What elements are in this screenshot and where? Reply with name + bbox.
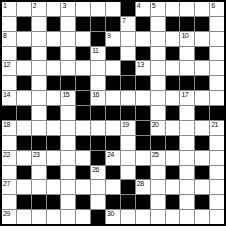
- grid-cell[interactable]: [91, 121, 105, 135]
- black-cell: [76, 166, 90, 180]
- grid-cell[interactable]: [121, 210, 135, 224]
- black-cell: [136, 121, 150, 135]
- grid-cell[interactable]: 6: [210, 2, 224, 16]
- grid-cell[interactable]: [61, 17, 75, 31]
- grid-cell[interactable]: [47, 61, 61, 75]
- grid-cell[interactable]: [91, 76, 105, 90]
- black-cell: [121, 180, 135, 194]
- black-cell: [136, 195, 150, 209]
- black-cell: [17, 166, 31, 180]
- clue-number: 20: [152, 121, 159, 129]
- grid-cell[interactable]: [76, 61, 90, 75]
- grid-cell[interactable]: [136, 32, 150, 46]
- grid-cell[interactable]: [106, 91, 120, 105]
- grid-cell[interactable]: [195, 210, 209, 224]
- grid-cell[interactable]: [32, 166, 46, 180]
- grid-cell[interactable]: [61, 106, 75, 120]
- grid-cell[interactable]: [136, 210, 150, 224]
- grid-cell[interactable]: 27: [2, 180, 16, 194]
- grid-cell[interactable]: [180, 47, 194, 61]
- grid-cell[interactable]: 14: [2, 91, 16, 105]
- clue-number: 18: [3, 121, 10, 129]
- black-cell: [106, 195, 120, 209]
- black-cell: [195, 47, 209, 61]
- black-cell: [91, 32, 105, 46]
- black-cell: [76, 106, 90, 120]
- grid-cell[interactable]: [121, 151, 135, 165]
- grid-cell[interactable]: [180, 121, 194, 135]
- grid-cell[interactable]: [180, 2, 194, 16]
- grid-cell[interactable]: [151, 210, 165, 224]
- clue-number: 12: [3, 61, 10, 69]
- grid-cell[interactable]: [47, 210, 61, 224]
- grid-cell[interactable]: 8: [2, 32, 16, 46]
- black-cell: [106, 136, 120, 150]
- black-cell: [76, 76, 90, 90]
- grid-cell[interactable]: [47, 121, 61, 135]
- clue-number: 13: [137, 61, 144, 69]
- grid-cell[interactable]: [121, 166, 135, 180]
- grid-cell[interactable]: [76, 32, 90, 46]
- black-cell: [151, 136, 165, 150]
- grid-cell[interactable]: [76, 210, 90, 224]
- black-cell: [47, 17, 61, 31]
- grid-cell[interactable]: [76, 151, 90, 165]
- black-cell: [32, 195, 46, 209]
- black-cell: [17, 136, 31, 150]
- grid-cell[interactable]: [210, 136, 224, 150]
- grid-cell[interactable]: [166, 210, 180, 224]
- grid-cell[interactable]: [151, 32, 165, 46]
- grid-cell[interactable]: [91, 61, 105, 75]
- black-cell: [195, 17, 209, 31]
- grid-cell[interactable]: [61, 32, 75, 46]
- grid-cell[interactable]: [2, 136, 16, 150]
- clue-number: 11: [92, 47, 98, 55]
- grid-cell[interactable]: [76, 2, 90, 16]
- grid-cell[interactable]: [210, 32, 224, 46]
- grid-cell[interactable]: 13: [136, 61, 150, 75]
- grid-cell[interactable]: [17, 180, 31, 194]
- grid-cell[interactable]: [47, 2, 61, 16]
- grid-cell[interactable]: [91, 180, 105, 194]
- grid-cell[interactable]: 24: [106, 151, 120, 165]
- grid-cell[interactable]: [151, 166, 165, 180]
- clue-number: 17: [181, 91, 188, 99]
- clue-number: 24: [107, 151, 114, 159]
- grid-cell[interactable]: [17, 32, 31, 46]
- grid-cell[interactable]: [106, 2, 120, 16]
- black-cell: [47, 47, 61, 61]
- grid-cell[interactable]: [136, 91, 150, 105]
- black-cell: [136, 166, 150, 180]
- grid-cell[interactable]: [17, 2, 31, 16]
- grid-cell[interactable]: [151, 17, 165, 31]
- grid-cell[interactable]: [166, 61, 180, 75]
- grid-cell[interactable]: [166, 32, 180, 46]
- clue-number: 30: [107, 210, 114, 218]
- grid-cell[interactable]: [32, 47, 46, 61]
- clue-number: 3: [62, 2, 65, 10]
- black-cell: [136, 47, 150, 61]
- grid-cell[interactable]: [151, 195, 165, 209]
- grid-cell[interactable]: [195, 61, 209, 75]
- black-cell: [195, 195, 209, 209]
- clue-number: 14: [3, 91, 10, 99]
- grid-cell[interactable]: [166, 180, 180, 194]
- black-cell: [47, 166, 61, 180]
- grid-cell[interactable]: [210, 17, 224, 31]
- clue-number: 9: [107, 32, 110, 40]
- grid-cell[interactable]: [32, 17, 46, 31]
- grid-cell[interactable]: [61, 210, 75, 224]
- grid-cell[interactable]: [151, 180, 165, 194]
- grid-cell[interactable]: 4: [136, 2, 150, 16]
- clue-number: 23: [33, 151, 40, 159]
- black-cell: [106, 17, 120, 31]
- black-cell: [17, 17, 31, 31]
- grid-cell[interactable]: 26: [91, 166, 105, 180]
- grid-cell[interactable]: [195, 91, 209, 105]
- clue-number: 7: [122, 17, 125, 25]
- black-cell: [166, 76, 180, 90]
- grid-cell[interactable]: [195, 180, 209, 194]
- black-cell: [2, 106, 16, 120]
- grid-cell[interactable]: [61, 61, 75, 75]
- grid-cell[interactable]: [61, 47, 75, 61]
- grid-cell[interactable]: [32, 106, 46, 120]
- clue-number: 6: [211, 2, 214, 10]
- grid-cell[interactable]: [32, 91, 46, 105]
- black-cell: [91, 106, 105, 120]
- grid-cell[interactable]: [121, 32, 135, 46]
- clue-number: 10: [181, 32, 188, 40]
- grid-cell[interactable]: [91, 2, 105, 16]
- grid-cell[interactable]: [2, 195, 16, 209]
- black-cell: [121, 2, 135, 16]
- black-cell: [76, 91, 90, 105]
- black-cell: [195, 166, 209, 180]
- clue-number: 28: [137, 180, 144, 188]
- grid-cell[interactable]: [210, 210, 224, 224]
- black-cell: [136, 17, 150, 31]
- grid-cell[interactable]: [32, 180, 46, 194]
- grid-cell[interactable]: 22: [2, 151, 16, 165]
- black-cell: [166, 195, 180, 209]
- grid-cell[interactable]: [32, 210, 46, 224]
- clue-number: 8: [3, 32, 6, 40]
- grid-cell[interactable]: [210, 180, 224, 194]
- grid-cell[interactable]: [61, 151, 75, 165]
- grid-cell[interactable]: [195, 151, 209, 165]
- clue-number: 1: [3, 2, 6, 10]
- black-cell: [166, 47, 180, 61]
- grid-cell[interactable]: [32, 121, 46, 135]
- grid-cell[interactable]: [166, 2, 180, 16]
- grid-cell[interactable]: [166, 91, 180, 105]
- black-cell: [76, 17, 90, 31]
- black-cell: [195, 136, 209, 150]
- black-cell: [121, 106, 135, 120]
- black-cell: [195, 76, 209, 90]
- clue-number: 19: [122, 121, 129, 129]
- grid-cell[interactable]: 16: [91, 91, 105, 105]
- grid-cell[interactable]: [61, 136, 75, 150]
- grid-cell[interactable]: [180, 61, 194, 75]
- grid-cell[interactable]: 23: [32, 151, 46, 165]
- black-cell: [121, 195, 135, 209]
- grid-cell[interactable]: [151, 61, 165, 75]
- grid-cell[interactable]: [76, 180, 90, 194]
- black-cell: [106, 106, 120, 120]
- clue-number: 2: [33, 2, 36, 10]
- grid-cell[interactable]: [180, 106, 194, 120]
- grid-cell[interactable]: 28: [136, 180, 150, 194]
- black-cell: [32, 136, 46, 150]
- grid-cell[interactable]: 5: [151, 2, 165, 16]
- grid-cell[interactable]: 21: [210, 121, 224, 135]
- black-cell: [47, 195, 61, 209]
- grid-cell[interactable]: 17: [180, 91, 194, 105]
- grid-cell[interactable]: [32, 32, 46, 46]
- clue-number: 4: [137, 2, 140, 10]
- clue-number: 5: [152, 2, 155, 10]
- grid-cell[interactable]: [47, 32, 61, 46]
- black-cell: [91, 151, 105, 165]
- black-cell: [136, 136, 150, 150]
- black-cell: [180, 76, 194, 90]
- clue-number: 25: [152, 151, 159, 159]
- grid-cell[interactable]: [106, 121, 120, 135]
- grid-cell[interactable]: [121, 136, 135, 150]
- grid-cell[interactable]: [121, 47, 135, 61]
- black-cell: [17, 47, 31, 61]
- black-cell: [180, 17, 194, 31]
- black-cell: [166, 166, 180, 180]
- grid-cell[interactable]: [180, 195, 194, 209]
- grid-cell[interactable]: [151, 91, 165, 105]
- grid-cell[interactable]: [166, 121, 180, 135]
- grid-cell[interactable]: 12: [2, 61, 16, 75]
- black-cell: [121, 61, 135, 75]
- grid-cell[interactable]: 15: [61, 91, 75, 105]
- black-cell: [76, 136, 90, 150]
- black-cell: [17, 195, 31, 209]
- grid-cell[interactable]: 1: [2, 2, 16, 16]
- black-cell: [76, 47, 90, 61]
- black-cell: [106, 166, 120, 180]
- black-cell: [61, 76, 75, 90]
- clue-number: 22: [3, 151, 10, 159]
- black-cell: [76, 195, 90, 209]
- grid-cell[interactable]: [17, 91, 31, 105]
- grid-cell[interactable]: [210, 151, 224, 165]
- grid-cell[interactable]: [47, 180, 61, 194]
- clue-number: 21: [211, 121, 218, 129]
- grid-cell[interactable]: [210, 166, 224, 180]
- black-cell: [47, 136, 61, 150]
- grid-cell[interactable]: [180, 151, 194, 165]
- black-cell: [17, 76, 31, 90]
- grid-cell[interactable]: [195, 32, 209, 46]
- black-cell: [47, 106, 61, 120]
- grid-cell[interactable]: [61, 166, 75, 180]
- grid-cell[interactable]: [17, 121, 31, 135]
- black-cell: [106, 76, 120, 90]
- grid-cell[interactable]: [47, 91, 61, 105]
- grid-cell[interactable]: [210, 195, 224, 209]
- black-cell: [210, 106, 224, 120]
- black-cell: [195, 106, 209, 120]
- grid-cell[interactable]: 30: [106, 210, 120, 224]
- grid-cell[interactable]: [151, 47, 165, 61]
- black-cell: [91, 210, 105, 224]
- grid-cell[interactable]: [76, 121, 90, 135]
- grid-cell[interactable]: [2, 47, 16, 61]
- grid-cell[interactable]: [17, 210, 31, 224]
- grid-cell[interactable]: [2, 17, 16, 31]
- clue-number: 16: [92, 91, 99, 99]
- black-cell: [91, 17, 105, 31]
- grid-cell[interactable]: [195, 121, 209, 135]
- black-cell: [136, 106, 150, 120]
- grid-cell[interactable]: [91, 195, 105, 209]
- black-cell: [136, 76, 150, 90]
- grid-cell[interactable]: [61, 121, 75, 135]
- grid-cell[interactable]: [47, 151, 61, 165]
- grid-cell[interactable]: [210, 76, 224, 90]
- grid-cell[interactable]: [180, 210, 194, 224]
- grid-cell[interactable]: [17, 61, 31, 75]
- grid-cell[interactable]: [106, 61, 120, 75]
- grid-cell[interactable]: [166, 151, 180, 165]
- grid-cell[interactable]: [2, 166, 16, 180]
- grid-cell[interactable]: [210, 47, 224, 61]
- grid-cell[interactable]: [136, 151, 150, 165]
- grid-cell[interactable]: [180, 136, 194, 150]
- grid-cell[interactable]: 10: [180, 32, 194, 46]
- grid-cell[interactable]: 7: [121, 17, 135, 31]
- crossword-page: 1234567891011121314151617181920212223242…: [0, 0, 226, 242]
- grid-cell[interactable]: [32, 76, 46, 90]
- crossword-grid: 1234567891011121314151617181920212223242…: [0, 0, 226, 226]
- grid-cell[interactable]: [106, 180, 120, 194]
- bottom-margin: [0, 226, 226, 242]
- grid-cell[interactable]: 9: [106, 32, 120, 46]
- clue-number: 27: [3, 180, 10, 188]
- grid-cell[interactable]: [180, 166, 194, 180]
- black-cell: [91, 136, 105, 150]
- grid-cell[interactable]: [180, 180, 194, 194]
- black-cell: [166, 106, 180, 120]
- clue-number: 26: [92, 166, 99, 174]
- black-cell: [47, 76, 61, 90]
- grid-cell[interactable]: 2: [32, 2, 46, 16]
- clue-number: 15: [62, 91, 69, 99]
- grid-cell[interactable]: 20: [151, 121, 165, 135]
- black-cell: [121, 76, 135, 90]
- grid-cell[interactable]: 11: [91, 47, 105, 61]
- black-cell: [166, 17, 180, 31]
- grid-cell[interactable]: 25: [151, 151, 165, 165]
- black-cell: [166, 136, 180, 150]
- grid-cell[interactable]: [195, 2, 209, 16]
- grid-cell[interactable]: [17, 151, 31, 165]
- clue-number: 29: [3, 210, 10, 218]
- grid-cell[interactable]: 3: [61, 2, 75, 16]
- grid-cell[interactable]: [121, 91, 135, 105]
- grid-cell[interactable]: 19: [121, 121, 135, 135]
- grid-cell[interactable]: [210, 91, 224, 105]
- black-cell: [106, 47, 120, 61]
- grid-cell[interactable]: 18: [2, 121, 16, 135]
- grid-cell[interactable]: 29: [2, 210, 16, 224]
- grid-cell[interactable]: [210, 61, 224, 75]
- grid-cell[interactable]: [2, 76, 16, 90]
- grid-cell[interactable]: [61, 195, 75, 209]
- black-cell: [17, 106, 31, 120]
- grid-cell[interactable]: [61, 180, 75, 194]
- grid-cell[interactable]: [32, 61, 46, 75]
- grid-cell[interactable]: [151, 106, 165, 120]
- grid-cell[interactable]: [151, 76, 165, 90]
